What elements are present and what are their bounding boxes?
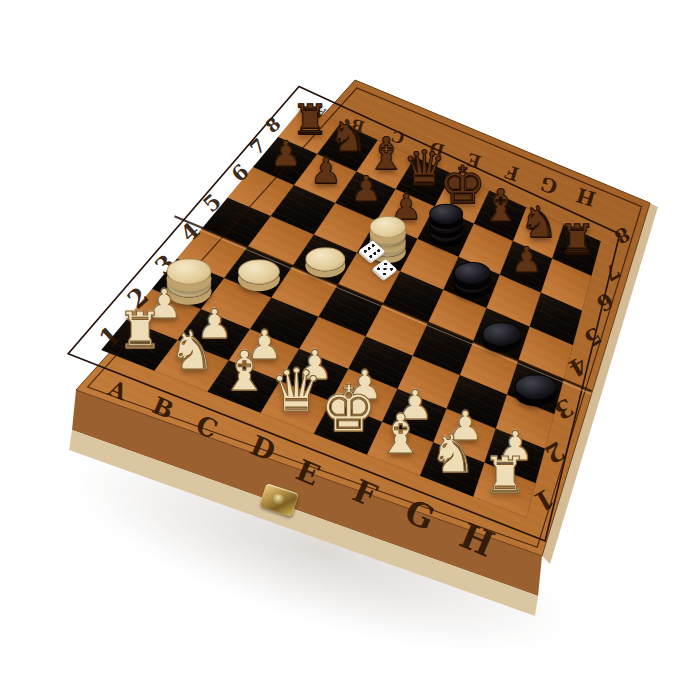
white-queen-d1: ♛ [270,361,323,420]
white-rook-h1: ♜ [482,451,527,502]
light-checker-c5-1 [306,248,345,272]
white-bishop-c1: ♝ [220,344,269,399]
white-knight-b1: ♞ [168,325,215,378]
pieces-layer: A1A1B2B2C3C3D4D4E5E5F6F6G7G7H8H8♜♞♝♛♚♝♞♜… [0,0,700,700]
light-checker-d6-3 [370,216,407,238]
brass-clasp [259,483,299,516]
file-label-near-B: B [148,391,177,425]
rank-label-left-5: 5 [198,189,226,218]
file-label-near-E: E [291,453,325,493]
dark-checker-e7-3 [429,203,463,223]
white-king-e1: ♚ [320,377,377,441]
file-label-near-D: D [246,429,280,468]
die-2-showing-5 [372,259,397,279]
light-checker-b4-1 [238,259,280,284]
rank-label-right-4: 4 [564,351,592,382]
dark-checker-g5-1 [482,322,521,346]
black-pawn-g7: ♟ [511,242,543,277]
rank-label-right-7: 7 [600,258,624,286]
product-photo: A1A1B2B2C3C3D4D4E5E5F6F6G7G7H8H8♜♞♝♛♚♝♞♜… [0,0,700,700]
black-pawn-b7: ♟ [310,154,342,189]
rank-label-right-5: 5 [580,322,607,352]
dark-checker-h4-1 [515,374,557,399]
rank-label-right-2: 2 [540,436,570,471]
white-rook-a1: ♜ [117,306,162,357]
file-label-near-F: F [348,472,382,514]
file-label-far-H: H [573,183,598,212]
file-label-near-H: H [454,515,500,565]
rank-label-left-6: 6 [227,159,254,186]
black-bishop-f8: ♝ [481,182,521,227]
black-knight-g8: ♞ [519,201,558,244]
black-pawn-a7: ♟ [270,136,302,171]
rank-label-left-7: 7 [245,134,270,160]
white-knight-g1: ♞ [429,429,476,482]
file-label-far-G: G [538,172,561,199]
file-label-near-A: A [105,375,131,406]
file-label-near-C: C [192,409,222,445]
rank-label-right-6: 6 [592,287,617,316]
black-pawn-c7: ♟ [350,171,382,206]
rank-label-right-3: 3 [549,392,578,426]
white-bishop-f1: ♝ [376,406,425,461]
rank-label-left-4: 4 [175,217,204,247]
dark-checker-f6-2 [454,262,491,284]
rank-label-right-8: 8 [610,222,633,249]
file-label-near-G: G [399,492,440,539]
rank-label-right-1: 1 [529,482,560,517]
black-rook-h8: ♜ [558,220,595,261]
